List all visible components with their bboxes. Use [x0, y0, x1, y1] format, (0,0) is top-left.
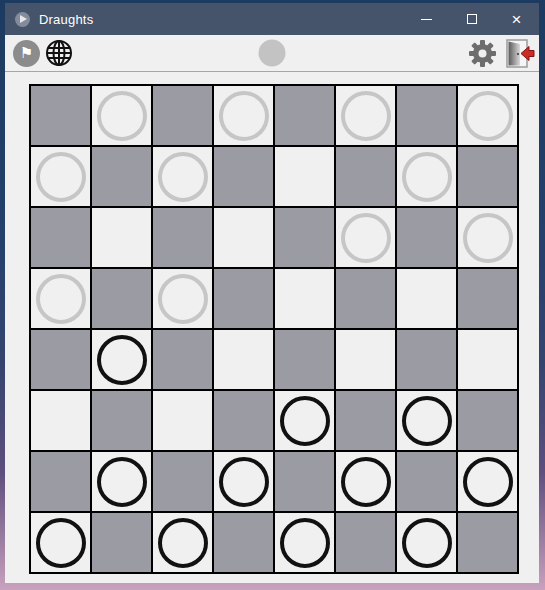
- white-piece[interactable]: [463, 213, 513, 263]
- window-title: Draughts: [39, 12, 93, 27]
- square-f1[interactable]: [335, 512, 396, 573]
- square-e2[interactable]: [274, 451, 335, 512]
- square-d3[interactable]: [213, 390, 274, 451]
- square-d4[interactable]: [213, 329, 274, 390]
- square-a8[interactable]: [30, 85, 91, 146]
- square-h7[interactable]: [457, 146, 518, 207]
- square-h5[interactable]: [457, 268, 518, 329]
- square-b4[interactable]: [91, 329, 152, 390]
- square-b5[interactable]: [91, 268, 152, 329]
- square-g8[interactable]: [396, 85, 457, 146]
- black-piece[interactable]: [463, 457, 513, 507]
- square-a7[interactable]: [30, 146, 91, 207]
- black-piece[interactable]: [36, 518, 86, 568]
- square-d8[interactable]: [213, 85, 274, 146]
- maximize-icon: [467, 14, 477, 24]
- square-d1[interactable]: [213, 512, 274, 573]
- square-h3[interactable]: [457, 390, 518, 451]
- square-e3[interactable]: [274, 390, 335, 451]
- square-f8[interactable]: [335, 85, 396, 146]
- white-piece[interactable]: [341, 213, 391, 263]
- black-piece[interactable]: [219, 457, 269, 507]
- white-piece[interactable]: [341, 91, 391, 141]
- white-piece[interactable]: [36, 152, 86, 202]
- square-e4[interactable]: [274, 329, 335, 390]
- flag-icon: ⚑: [20, 45, 33, 60]
- square-g1[interactable]: [396, 512, 457, 573]
- square-a3[interactable]: [30, 390, 91, 451]
- globe-button[interactable]: [45, 39, 73, 67]
- close-button[interactable]: ×: [494, 3, 539, 35]
- square-c1[interactable]: [152, 512, 213, 573]
- toolbar: ⚑: [5, 35, 539, 72]
- white-piece[interactable]: [97, 91, 147, 141]
- square-c7[interactable]: [152, 146, 213, 207]
- square-g2[interactable]: [396, 451, 457, 512]
- square-c4[interactable]: [152, 329, 213, 390]
- square-h8[interactable]: [457, 85, 518, 146]
- minimize-icon: [421, 19, 432, 20]
- square-e7[interactable]: [274, 146, 335, 207]
- black-piece[interactable]: [97, 457, 147, 507]
- square-f3[interactable]: [335, 390, 396, 451]
- square-d5[interactable]: [213, 268, 274, 329]
- square-a1[interactable]: [30, 512, 91, 573]
- square-c8[interactable]: [152, 85, 213, 146]
- white-piece[interactable]: [402, 152, 452, 202]
- square-g6[interactable]: [396, 207, 457, 268]
- square-c6[interactable]: [152, 207, 213, 268]
- square-b6[interactable]: [91, 207, 152, 268]
- square-b2[interactable]: [91, 451, 152, 512]
- exit-door-icon: [504, 38, 535, 69]
- white-piece[interactable]: [36, 274, 86, 324]
- draughts-board: [29, 84, 519, 574]
- app-play-icon: [15, 12, 30, 27]
- close-icon: ×: [512, 11, 522, 28]
- turn-indicator: [259, 40, 286, 67]
- white-piece[interactable]: [158, 152, 208, 202]
- square-b1[interactable]: [91, 512, 152, 573]
- caption-buttons: ×: [404, 3, 539, 35]
- settings-button[interactable]: [468, 39, 497, 68]
- square-a6[interactable]: [30, 207, 91, 268]
- black-piece[interactable]: [158, 518, 208, 568]
- exit-button[interactable]: [504, 38, 535, 69]
- square-c5[interactable]: [152, 268, 213, 329]
- square-g7[interactable]: [396, 146, 457, 207]
- square-b7[interactable]: [91, 146, 152, 207]
- black-piece[interactable]: [402, 518, 452, 568]
- square-e8[interactable]: [274, 85, 335, 146]
- square-g5[interactable]: [396, 268, 457, 329]
- black-piece[interactable]: [280, 518, 330, 568]
- square-d7[interactable]: [213, 146, 274, 207]
- square-c3[interactable]: [152, 390, 213, 451]
- app-window: Draughts × ⚑: [5, 3, 539, 583]
- black-piece[interactable]: [402, 396, 452, 446]
- square-e6[interactable]: [274, 207, 335, 268]
- square-b3[interactable]: [91, 390, 152, 451]
- square-d2[interactable]: [213, 451, 274, 512]
- white-piece[interactable]: [158, 274, 208, 324]
- square-f5[interactable]: [335, 268, 396, 329]
- square-f6[interactable]: [335, 207, 396, 268]
- square-e5[interactable]: [274, 268, 335, 329]
- square-a2[interactable]: [30, 451, 91, 512]
- square-e1[interactable]: [274, 512, 335, 573]
- white-piece[interactable]: [463, 91, 513, 141]
- board-area: [5, 72, 539, 574]
- flag-button[interactable]: ⚑: [13, 40, 40, 67]
- black-piece[interactable]: [341, 457, 391, 507]
- square-f2[interactable]: [335, 451, 396, 512]
- globe-icon: [45, 39, 73, 67]
- black-piece[interactable]: [97, 335, 147, 385]
- square-h6[interactable]: [457, 207, 518, 268]
- maximize-button[interactable]: [449, 3, 494, 35]
- square-d6[interactable]: [213, 207, 274, 268]
- minimize-button[interactable]: [404, 3, 449, 35]
- white-piece[interactable]: [219, 91, 269, 141]
- square-f4[interactable]: [335, 329, 396, 390]
- square-f7[interactable]: [335, 146, 396, 207]
- square-h4[interactable]: [457, 329, 518, 390]
- square-b8[interactable]: [91, 85, 152, 146]
- square-g4[interactable]: [396, 329, 457, 390]
- square-a4[interactable]: [30, 329, 91, 390]
- square-c2[interactable]: [152, 451, 213, 512]
- title-bar: Draughts ×: [5, 3, 539, 35]
- gear-icon: [468, 39, 497, 68]
- black-piece[interactable]: [280, 396, 330, 446]
- square-h2[interactable]: [457, 451, 518, 512]
- square-g3[interactable]: [396, 390, 457, 451]
- square-h1[interactable]: [457, 512, 518, 573]
- square-a5[interactable]: [30, 268, 91, 329]
